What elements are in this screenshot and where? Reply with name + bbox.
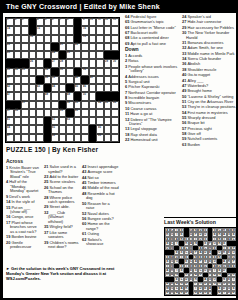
grid-cell (81, 43, 89, 51)
grid-cell (81, 134, 89, 142)
across-clues-end: 64 Pedestal figure65 Grammarian's topic6… (125, 15, 179, 46)
clue-number: 4 (125, 74, 128, 79)
clue-number: 34 (182, 56, 187, 61)
across-clues-1: 1 Kristin Bauer van Straten's "True Bloo… (6, 166, 41, 250)
grid-cell: 51 (21, 101, 29, 109)
grid-cell (81, 125, 89, 133)
clue-number: 29 (44, 204, 49, 209)
clue-number: 42 (82, 164, 87, 169)
cell-number: 25 (67, 51, 70, 54)
cell-number: 1 (7, 18, 8, 21)
grid-cell (81, 109, 89, 117)
grid-cell (14, 76, 22, 84)
grid-cell: 55 (104, 101, 112, 109)
grid-cell (29, 134, 37, 142)
clue-number: 56 (82, 216, 87, 221)
clue-number: 55 (182, 115, 187, 120)
grid-cell: 69 (96, 134, 104, 142)
black-cell (44, 125, 52, 133)
cell-number: 54 (98, 101, 101, 104)
grid-cell (21, 84, 29, 92)
black-cell (111, 51, 119, 59)
grid-cell: 9 (81, 18, 89, 26)
grid-cell (21, 109, 29, 117)
grid-cell (21, 26, 29, 34)
grid-cell: 56 (111, 101, 119, 109)
grid-cell (44, 51, 52, 59)
clue-number: 6 (125, 84, 128, 89)
grid-cell: 50 (81, 92, 89, 100)
clue-number: 59 (182, 136, 187, 141)
grid-cell: 23 (6, 51, 14, 59)
cell-number: 61 (7, 118, 10, 121)
grid-cell: 60 (74, 109, 82, 117)
grid-cell (21, 76, 29, 84)
clue-number: 46 (82, 185, 87, 190)
cell-number: 50 (83, 93, 86, 96)
cell-number: 26 (30, 60, 33, 63)
clue-item: 22 Homestead unit (125, 138, 179, 143)
grid-cell (29, 101, 37, 109)
grid-cell (104, 134, 112, 142)
grid-cell: 48 (44, 92, 52, 100)
black-cell (66, 84, 74, 92)
grid-cell: 12 (104, 18, 112, 26)
grid-cell: 21 (59, 43, 67, 51)
cell-number: 6 (52, 18, 53, 21)
clue-item: 1 Kristin Bauer van Straten's "True Bloo… (6, 166, 41, 180)
grid-cell (36, 109, 44, 117)
clue-item: 12 Dobrev of "The Vampire Diaries" (125, 118, 179, 127)
clue-number: 38 (182, 67, 187, 72)
cell-number: 8 (67, 18, 68, 21)
grid-cell: 46 (81, 84, 89, 92)
clue-number: 61 (82, 231, 87, 236)
clue-item: 4 Half of the "Monday, Monday" quartet (6, 180, 41, 194)
across-clues-2: 21 Salve used in a symbol?23 Add to the … (44, 165, 79, 250)
cell-number: 68 (52, 134, 55, 137)
clue-number: 24 (182, 14, 187, 19)
cell-number: 13 (113, 18, 116, 21)
grid-cell (14, 92, 22, 100)
cell-number: 46 (83, 85, 86, 88)
grid-cell (89, 84, 97, 92)
grid-cell: 42 (6, 84, 14, 92)
grid-cell: 27 (51, 59, 59, 67)
grid-cell: 30 (111, 59, 119, 67)
cell-number: 36 (83, 68, 86, 71)
clue-number: 65 (125, 19, 130, 24)
clue-item: 63 Burden (182, 143, 238, 148)
grid-cell: 1 (6, 18, 14, 26)
clue-number: 33 (182, 51, 187, 56)
grid-cell: 8 (66, 18, 74, 26)
clue-item: 39 Children's rooms next door? (44, 241, 79, 250)
cell-number: 22 (75, 43, 78, 46)
cell-number: 58 (15, 109, 18, 112)
grid-cell (29, 43, 37, 51)
cell-number: 64 (7, 126, 10, 129)
grid-cell: 19 (81, 35, 89, 43)
cell-number: 45 (75, 85, 78, 88)
clue-number: 1 (6, 165, 9, 170)
clue-number: 23 (44, 174, 49, 179)
clue-number: 2 (125, 58, 128, 63)
grid-cell: 54 (96, 101, 104, 109)
clue-number: 3 (125, 64, 128, 69)
grid-cell (96, 43, 104, 51)
grid-cell: 52 (66, 101, 74, 109)
grid-cell (29, 92, 37, 100)
cell-number: 59 (60, 109, 63, 112)
down-clues-2: 24 Speaker's aid27 Hide-hair connector29… (182, 15, 238, 147)
clue-number: 47 (182, 83, 187, 88)
grid-cell (96, 59, 104, 67)
clue-number: 62 (82, 237, 87, 242)
grid-cell (51, 101, 59, 109)
grid-cell (36, 92, 44, 100)
cell-number: 35 (60, 68, 63, 71)
cell-number: 65 (52, 126, 55, 129)
grid-cell (89, 35, 97, 43)
black-cell (44, 134, 52, 142)
clue-number: 18 (125, 132, 130, 137)
cell-number: 3 (22, 18, 23, 21)
clue-number: 15 (6, 205, 11, 210)
clue-number: 40 (182, 72, 187, 77)
clue-number: 17 (6, 220, 11, 225)
grid-cell (104, 125, 112, 133)
grid-cell (74, 125, 82, 133)
cell-number: 56 (113, 101, 116, 104)
grid-cell (74, 59, 82, 67)
puzzle-byline: PUZZLE 150 | By Ken Fisher (6, 146, 98, 153)
grid-cell (66, 134, 74, 142)
clue-number: 57 (182, 126, 187, 131)
black-cell (74, 26, 82, 34)
cell-number: 4 (37, 18, 38, 21)
clue-number: 9 (6, 194, 9, 199)
across-clue-column-1: Across 1 Kristin Bauer van Straten's "Tr… (6, 159, 41, 251)
grid-cell (14, 125, 22, 133)
grid-cell: 39 (51, 76, 59, 84)
clue-number: 32 (44, 210, 49, 215)
clue-number: 50 (82, 201, 87, 206)
cell-number: 51 (22, 101, 25, 104)
grid-cell (59, 134, 67, 142)
cell-number: 67 (7, 134, 10, 137)
grid-cell: 38 (44, 76, 52, 84)
grid-cell (51, 109, 59, 117)
cell-number: 21 (60, 43, 63, 46)
grid-cell (29, 84, 37, 92)
clue-item: 37 Like some sweaters (44, 231, 79, 240)
cell-number: 24 (52, 51, 55, 54)
grid-cell (59, 76, 67, 84)
grid-cell: 4 (36, 18, 44, 26)
grid-cell: 7 (59, 18, 67, 26)
grid-cell (111, 134, 119, 142)
clue-number: 52 (82, 211, 87, 216)
clue-item: 3 People whose work involves "colliery" (125, 65, 179, 74)
grid-cell (36, 59, 44, 67)
black-cell (59, 51, 67, 59)
grid-cell: 40 (74, 76, 82, 84)
grid-cell: 22 (74, 43, 82, 51)
clue-number: 4 (6, 179, 9, 184)
grid-cell (14, 43, 22, 51)
grid-cell (21, 35, 29, 43)
grid-cell (96, 26, 104, 34)
grid-cell (59, 92, 67, 100)
cell-number: 30 (113, 60, 116, 63)
clue-number: 64 (125, 14, 130, 19)
clue-item: 21 Salve used in a symbol? (44, 165, 79, 174)
cell-number: 16 (83, 27, 86, 30)
clue-number: 54 (182, 110, 187, 115)
grid-cell (36, 117, 44, 125)
cell-number: 14 (7, 27, 10, 30)
clue-number: 48 (82, 191, 87, 196)
clue-number: 20 (6, 240, 11, 245)
clue-number: 27 (182, 19, 187, 24)
grid-cell (44, 35, 52, 43)
clue-item: 48 Resemble a hot dog (82, 192, 119, 201)
clue-number: 30 (182, 30, 187, 35)
cell-number: 48 (45, 93, 48, 96)
grid-cell (81, 117, 89, 125)
cell-number: 63 (67, 118, 70, 121)
cell-number: 66 (98, 126, 101, 129)
grid-cell: 29 (104, 59, 112, 67)
grid-cell (111, 117, 119, 125)
grid-cell (66, 125, 74, 133)
clue-number: 37 (44, 230, 49, 235)
grid-cell (36, 43, 44, 51)
grid-cell (89, 59, 97, 67)
grid-cell (36, 68, 44, 76)
cell-number: 60 (75, 109, 78, 112)
cell-number: 2 (15, 18, 16, 21)
grid-cell (29, 51, 37, 59)
solution-letter-cell: D (231, 291, 236, 295)
solution-note: ► Get the solution to this week's GNY Cr… (6, 266, 120, 281)
grid-cell (111, 109, 119, 117)
grid-cell (74, 117, 82, 125)
grid-cell (59, 125, 67, 133)
black-cell (29, 18, 37, 26)
grid-cell (111, 76, 119, 84)
clue-number: 58 (182, 131, 187, 136)
clue-number: 35 (44, 224, 49, 229)
grid-cell: 13 (111, 18, 119, 26)
grid-cell (111, 125, 119, 133)
grid-cell: 36 (81, 68, 89, 76)
grid-cell (111, 26, 119, 34)
grid-cell: 26 (29, 59, 37, 67)
cell-number: 39 (52, 76, 55, 79)
last-week-solution-title: Last Week's Solution (164, 219, 216, 225)
grid-cell: 37 (6, 76, 14, 84)
clue-item: 50 Reason for a raise (82, 202, 119, 211)
page-title: The GNY Crossword | Edited by Mike Shenk (3, 0, 236, 13)
across-clue-column-3: 42 Insect appendage43 Average score44 No… (82, 165, 119, 248)
clue-item: 60 Home on the range? (82, 222, 119, 231)
grid-cell (89, 43, 97, 51)
clue-number: 66 (125, 25, 130, 30)
grid-cell: 15 (36, 26, 44, 34)
cell-number: 43 (37, 85, 40, 88)
grid-cell: 3 (21, 18, 29, 26)
cell-number: 27 (52, 60, 55, 63)
grid-cell: 2 (14, 18, 22, 26)
clue-item: 26 School on the Thames (44, 186, 79, 195)
clue-number: 13 (125, 126, 130, 131)
across-header: Across (6, 159, 41, 165)
grid-cell (89, 109, 97, 117)
clue-number: 28 (44, 195, 49, 200)
grid-cell (104, 35, 112, 43)
cell-number: 23 (7, 51, 10, 54)
grid-cell (36, 51, 44, 59)
crossword-grid: 1234567891011121314151617181920212223242… (5, 17, 120, 143)
grid-cell: 18 (29, 35, 37, 43)
clue-number: 8 (125, 95, 128, 100)
cell-number: 32 (15, 68, 18, 71)
cell-number: 42 (7, 85, 10, 88)
grid-cell (89, 117, 97, 125)
clue-number: 45 (82, 180, 87, 185)
black-cell (74, 18, 82, 26)
grid-cell (36, 125, 44, 133)
clue-number: 67 (125, 30, 130, 35)
grid-cell (29, 109, 37, 117)
grid-cell: 32 (14, 68, 22, 76)
cell-number: 5 (45, 18, 46, 21)
cell-number: 12 (105, 18, 108, 21)
grid-cell: 58 (14, 109, 22, 117)
black-cell (66, 109, 74, 117)
cell-number: 41 (90, 76, 93, 79)
clue-item: 62 Soloist's showcase (82, 238, 119, 247)
grid-cell (44, 26, 52, 34)
clue-number: 1 (125, 53, 128, 58)
cell-number: 17 (7, 35, 10, 38)
cell-number: 38 (45, 76, 48, 79)
grid-cell: 6 (51, 18, 59, 26)
grid-cell: 5 (44, 18, 52, 26)
down-clues-1: 1 Accords2 Rotas3 People whose work invo… (125, 54, 179, 143)
clue-number: 36 (182, 61, 187, 66)
clue-item: 30 The New Yorker founder Harold (182, 31, 238, 40)
clue-number: 29 (182, 25, 187, 30)
grid-cell (81, 51, 89, 59)
cell-number: 40 (75, 76, 78, 79)
grid-cell: 44 (51, 84, 59, 92)
cell-number: 44 (52, 85, 55, 88)
grid-cell (104, 76, 112, 84)
grid-cell: 33 (21, 68, 29, 76)
grid-cell: 63 (66, 117, 74, 125)
black-cell (44, 117, 52, 125)
solution-divider (164, 217, 238, 218)
grid-cell (66, 76, 74, 84)
grid-cell (59, 117, 67, 125)
clue-number: 50 (182, 94, 187, 99)
right-clue-column-2: 24 Speaker's aid27 Hide-hair connector29… (182, 15, 238, 148)
grid-cell (29, 76, 37, 84)
grid-cell (104, 109, 112, 117)
grid-cell (66, 26, 74, 34)
cell-number: 47 (7, 93, 10, 96)
clue-item: 32 ___ Club (Walmart offshoot) (44, 211, 79, 225)
grid-cell (29, 125, 37, 133)
grid-cell (59, 26, 67, 34)
clue-number: 39 (44, 240, 49, 245)
clue-number: 53 (182, 104, 187, 109)
cell-number: 7 (60, 18, 61, 21)
grid-cell (89, 101, 97, 109)
cell-number: 34 (45, 68, 48, 71)
black-cell (44, 84, 52, 92)
cell-number: 9 (83, 18, 84, 21)
clue-number: 25 (44, 179, 49, 184)
grid-cell (81, 101, 89, 109)
grid-cell (104, 68, 112, 76)
grid-cell (111, 43, 119, 51)
cell-number: 57 (7, 109, 10, 112)
grid-cell (14, 35, 22, 43)
cell-number: 69 (98, 134, 101, 137)
grid-cell (29, 68, 37, 76)
clue-number: 49 (182, 88, 187, 93)
grid-cell (44, 43, 52, 51)
grid-cell (104, 26, 112, 34)
clue-number: 10 (125, 106, 130, 111)
black-cell (89, 125, 97, 133)
grid-cell (14, 51, 22, 59)
grid-cell: 59 (59, 109, 67, 117)
grid-cell (66, 68, 74, 76)
grid-cell (29, 117, 37, 125)
clue-number: 56 (182, 120, 187, 125)
black-cell (36, 76, 44, 84)
grid-cell (36, 35, 44, 43)
grid-cell (96, 109, 104, 117)
grid-cell (36, 101, 44, 109)
grid-cell (74, 134, 82, 142)
clue-number: 7 (125, 90, 128, 95)
clue-item: 17 Plant whose branches serve as a coat … (6, 221, 41, 235)
grid-cell (21, 134, 29, 142)
cell-number: 29 (105, 60, 108, 63)
grid-cell (14, 134, 22, 142)
grid-cell (51, 92, 59, 100)
cell-number: 37 (7, 76, 10, 79)
grid-cell (59, 84, 67, 92)
grid-cell: 11 (96, 18, 104, 26)
grid-cell (21, 117, 29, 125)
black-cell (81, 76, 89, 84)
grid-cell (111, 35, 119, 43)
across-clue-column-2: 21 Salve used in a symbol?23 Add to the … (44, 165, 79, 251)
grid-cell: 43 (36, 84, 44, 92)
grid-cell: 25 (66, 51, 74, 59)
cell-number: 28 (60, 60, 63, 63)
grid-cell (51, 26, 59, 34)
clue-item: 20 Gentle predecessor (6, 241, 41, 250)
cell-number: 49 (67, 93, 70, 96)
